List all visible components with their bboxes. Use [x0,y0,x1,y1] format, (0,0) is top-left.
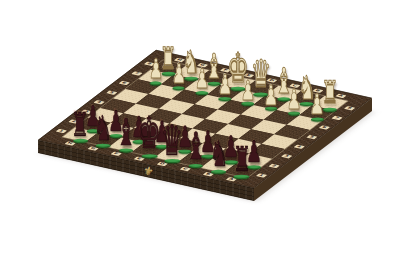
file-label-front-c: C [179,167,190,171]
rank-label-right-8: 8 [344,106,355,110]
rank-label-left-5: 5 [106,90,117,94]
file-label-front-b: B [203,172,214,176]
rank-label-right-2: 2 [268,163,279,167]
file-label-front-a: A [226,177,237,181]
file-label-far-a: A [335,93,346,97]
file-label-far-g: G [197,63,208,67]
file-label-far-f: F [220,68,231,72]
chess-board: HHGGFFEEDDCCBBAA8877665544332211 [38,50,372,188]
file-label-far-e: E [243,73,254,77]
file-label-front-f: F [110,151,121,155]
rank-label-left-4: 4 [93,100,104,104]
file-label-front-g: G [87,146,98,150]
file-label-far-c: C [289,83,300,87]
rank-label-right-5: 5 [306,135,317,139]
rank-label-left-2: 2 [68,119,79,123]
file-label-front-d: D [156,161,167,165]
rank-label-right-1: 1 [256,173,267,177]
chess-set-photo: ⚜ HHGGFFEEDDCCBBAA8877665544332211 ♜♞♟♝♟… [0,0,420,259]
file-label-front-e: E [133,156,144,160]
file-label-far-b: B [312,88,323,92]
file-label-front-h: H [64,141,75,145]
rank-label-left-8: 8 [144,61,155,65]
rank-label-left-7: 7 [131,71,142,75]
rank-label-right-4: 4 [293,144,304,148]
rank-label-left-6: 6 [118,81,129,85]
rank-label-left-1: 1 [55,129,66,133]
rank-label-right-6: 6 [319,125,330,129]
rank-label-right-3: 3 [281,154,292,158]
rank-label-left-3: 3 [81,109,92,113]
rank-label-right-7: 7 [331,115,342,119]
file-label-far-d: D [266,78,277,82]
file-label-far-h: H [174,58,185,62]
brass-clasp-icon: ⚜ [140,164,157,181]
